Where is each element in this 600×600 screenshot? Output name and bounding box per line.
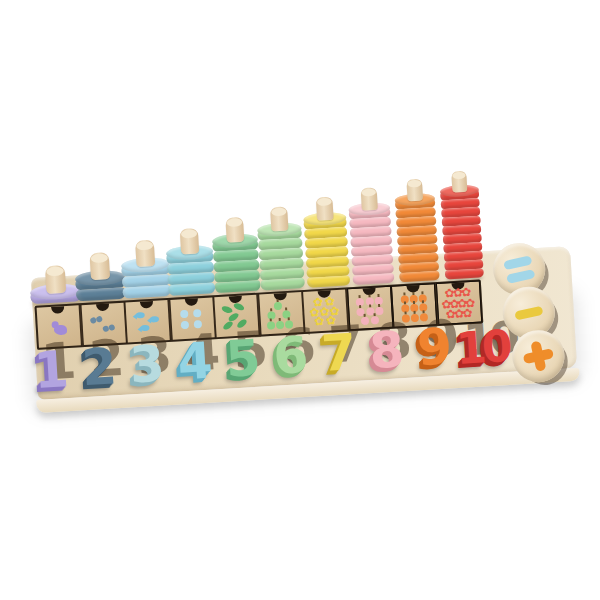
peg	[315, 197, 333, 221]
number-slot-3: 33	[120, 330, 171, 393]
ring[interactable]	[122, 285, 171, 299]
fish-icon	[133, 311, 147, 321]
peg	[89, 252, 110, 280]
peg-column-8	[345, 181, 396, 286]
number-slot-6: 66	[264, 322, 315, 385]
peg-column-7	[300, 193, 351, 288]
equals-icon	[503, 255, 535, 283]
ring[interactable]	[76, 287, 126, 301]
ring-stack-2[interactable]	[74, 251, 126, 301]
minus-icon	[514, 305, 543, 320]
number-slot-1: 11	[24, 336, 75, 399]
equals-bar	[503, 255, 532, 270]
peg-column-6	[256, 206, 306, 291]
peg	[134, 240, 154, 267]
peg-column-5	[211, 219, 261, 294]
peg-column-4	[166, 231, 215, 296]
counting-board: ✿✿✿✿✿✿✿✿✿✿✿✿✿✿✿✿✿ 1122334455667788991010	[31, 246, 577, 400]
peg	[451, 171, 467, 193]
number-piece-9[interactable]: 9	[416, 321, 452, 373]
peg-column-10	[435, 155, 488, 279]
equals-bar	[506, 269, 535, 284]
number-piece-6[interactable]: 6	[272, 330, 308, 382]
ring-stack-7[interactable]	[302, 196, 350, 288]
ring[interactable]	[214, 280, 260, 293]
fish-body	[136, 312, 145, 319]
peg	[360, 187, 377, 211]
leaf-icon	[221, 305, 233, 314]
number-slot-10: 1010	[456, 310, 507, 373]
plus-icon	[521, 338, 557, 374]
ring-stack-4[interactable]	[165, 227, 216, 296]
number-piece-3[interactable]: 3	[128, 339, 164, 391]
number-slot-9: 99	[408, 313, 459, 376]
ring[interactable]	[353, 273, 395, 285]
number-slot-5: 55	[216, 324, 267, 387]
peg	[406, 179, 423, 202]
butterfly-wing	[95, 315, 103, 323]
peg-column-3	[121, 244, 170, 299]
peg	[270, 206, 288, 231]
ring[interactable]	[261, 278, 306, 291]
leaf-icon	[233, 302, 245, 312]
ring-stack-1[interactable]	[28, 264, 81, 304]
ring-stack-3[interactable]	[119, 239, 171, 299]
peg-column-9	[390, 168, 442, 283]
peg	[44, 265, 65, 294]
ring-stack-5[interactable]	[211, 216, 261, 293]
ring[interactable]	[445, 268, 484, 279]
paw-icon	[193, 309, 201, 317]
peg	[225, 217, 244, 243]
ring-stacks-row	[26, 155, 487, 304]
number-piece-4[interactable]: 4	[176, 336, 212, 388]
ring-stack-8[interactable]	[348, 187, 395, 285]
number-piece-1[interactable]: 1	[32, 344, 68, 396]
ring-stack-9[interactable]	[393, 178, 439, 282]
peg-column-1	[31, 269, 78, 304]
ring[interactable]	[168, 283, 215, 296]
ring[interactable]	[399, 271, 440, 282]
number-piece-10[interactable]: 10	[455, 324, 509, 371]
number-piece-5[interactable]: 5	[224, 333, 260, 385]
ring-stack-6[interactable]	[256, 206, 305, 291]
number-slot-8: 88	[360, 316, 411, 379]
number-piece-2[interactable]: 2	[80, 341, 116, 393]
ring-stack-10[interactable]	[439, 170, 484, 280]
number-piece-8[interactable]: 8	[368, 324, 404, 376]
ring[interactable]	[307, 275, 350, 287]
number-piece-7[interactable]: 7	[320, 327, 356, 379]
product-photo-scene: ✿✿✿✿✿✿✿✿✿✿✿✿✿✿✿✿✿ 1122334455667788991010	[0, 0, 600, 600]
number-slot-4: 44	[168, 327, 219, 390]
peg-column-2	[76, 257, 124, 302]
paw-icon	[180, 310, 188, 318]
peg	[179, 228, 199, 255]
number-slot-7: 77	[312, 319, 363, 382]
fish-body	[150, 316, 159, 323]
number-slot-2: 22	[72, 333, 123, 396]
